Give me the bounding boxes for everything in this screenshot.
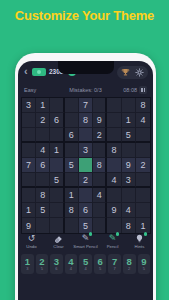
numpad-key-9[interactable]: 95 (138, 254, 151, 274)
numpad-remaining-count: 5 (99, 267, 101, 272)
numpad-key-6[interactable]: 65 (94, 254, 107, 274)
cell-r6c6[interactable] (93, 173, 107, 188)
cell-r6c5[interactable]: 2 (79, 173, 93, 188)
cell-r3c2[interactable] (36, 128, 50, 143)
cell-r2c2[interactable]: 2 (36, 113, 50, 128)
numpad-key-4[interactable]: 44 (65, 254, 78, 274)
phone-notch (58, 61, 114, 74)
promo-title: Customize Your Theme (0, 8, 169, 23)
cell-r6c8[interactable]: 3 (122, 173, 136, 188)
numpad-remaining-count: 7 (114, 267, 116, 272)
cell-r4c1[interactable] (22, 143, 36, 158)
hints-badge (144, 232, 148, 236)
hints-button[interactable]: Hints (126, 233, 153, 252)
toolbar: ↺ Undo Clear ✎ Smart Pencil ✎ Pencil (18, 233, 153, 252)
cell-r1c7[interactable] (107, 98, 121, 113)
cell-r1c5[interactable]: 7 (79, 98, 93, 113)
cell-r5c2[interactable]: 6 (36, 158, 50, 173)
number-pad: 132536445465778295 (21, 254, 150, 274)
numpad-remaining-count: 3 (26, 267, 28, 272)
cell-r8c5[interactable]: 6 (79, 203, 93, 218)
cell-r5c9[interactable]: 2 (136, 158, 150, 173)
cell-r5c1[interactable]: 7 (22, 158, 36, 173)
cell-r6c4[interactable] (65, 173, 79, 188)
cell-r5c8[interactable]: 9 (122, 158, 136, 173)
pencil-icon: ✎ (109, 233, 117, 243)
phone-screen: ‹ 2308 (18, 61, 153, 300)
cell-r3c8[interactable]: 5 (122, 128, 136, 143)
cell-r3c3[interactable] (50, 128, 64, 143)
cell-r2c9[interactable]: 4 (136, 113, 150, 128)
pencil-button[interactable]: ✎ Pencil (99, 233, 126, 252)
numpad-key-8[interactable]: 82 (123, 254, 136, 274)
numpad-remaining-count: 6 (55, 267, 57, 272)
cell-r2c1[interactable] (22, 113, 36, 128)
cell-r1c2[interactable]: 1 (36, 98, 50, 113)
clear-label: Clear (53, 244, 63, 249)
numpad-key-3[interactable]: 36 (50, 254, 63, 274)
cell-r8c6[interactable] (93, 203, 107, 218)
numpad-remaining-count: 2 (128, 267, 130, 272)
cell-r6c3[interactable]: 5 (50, 173, 64, 188)
cell-r9c8[interactable]: 8 (122, 218, 136, 233)
cell-r6c2[interactable] (36, 173, 50, 188)
cell-r1c3[interactable] (50, 98, 64, 113)
cell-r4c2[interactable]: 4 (36, 143, 50, 158)
numpad-remaining-count: 5 (143, 267, 145, 272)
cell-r3c6[interactable]: 2 (93, 128, 107, 143)
cell-r9c2[interactable] (36, 218, 50, 233)
cell-r1c6[interactable] (93, 98, 107, 113)
cell-r9c3[interactable] (50, 218, 64, 233)
cell-r8c8[interactable]: 4 (122, 203, 136, 218)
numpad-key-5[interactable]: 54 (79, 254, 92, 274)
cell-r9c9[interactable]: 1 (136, 218, 150, 233)
cell-r3c1[interactable] (22, 128, 36, 143)
cell-r8c9[interactable] (136, 203, 150, 218)
cash-icon (32, 68, 46, 76)
cell-r6c7[interactable]: 4 (107, 173, 121, 188)
cell-r5c6[interactable]: 8 (93, 158, 107, 173)
cell-r3c4[interactable]: 6 (65, 128, 79, 143)
cell-r8c3[interactable] (50, 203, 64, 218)
numpad-key-2[interactable]: 25 (36, 254, 49, 274)
cell-r7c2[interactable]: 8 (36, 188, 50, 203)
cell-r7c8[interactable] (122, 188, 136, 203)
cell-r2c8[interactable]: 1 (122, 113, 136, 128)
phone-frame: ‹ 2308 (15, 53, 156, 300)
cell-r7c4[interactable]: 1 (65, 188, 79, 203)
cell-r6c9[interactable] (136, 173, 150, 188)
cell-r7c3[interactable] (50, 188, 64, 203)
cell-r7c1[interactable] (22, 188, 36, 203)
cell-r1c1[interactable]: 3 (22, 98, 36, 113)
cell-r7c5[interactable] (79, 188, 93, 203)
smart-pencil-icon: ✎ (82, 233, 90, 243)
header-actions (117, 66, 148, 79)
hints-label: Hints (135, 244, 145, 249)
cell-r2c7[interactable] (107, 113, 121, 128)
cell-r9c6[interactable] (93, 218, 107, 233)
cell-r2c5[interactable]: 8 (79, 113, 93, 128)
back-button[interactable]: ‹ (24, 66, 28, 77)
numpad-key-1[interactable]: 13 (21, 254, 34, 274)
cell-r7c6[interactable]: 4 (93, 188, 107, 203)
cell-r8c2[interactable]: 5 (36, 203, 50, 218)
gear-icon[interactable] (135, 68, 144, 77)
numpad-remaining-count: 5 (41, 267, 43, 272)
cell-r3c9[interactable] (136, 128, 150, 143)
hint-bulb-icon (135, 233, 144, 243)
cell-r3c7[interactable] (107, 128, 121, 143)
cell-r2c3[interactable]: 6 (50, 113, 64, 128)
sudoku-board: 3178268914625413876589252438141586949581 (21, 97, 151, 234)
clear-button[interactable]: Clear (45, 233, 72, 252)
numpad-key-7[interactable]: 77 (108, 254, 121, 274)
cell-r4c7[interactable]: 8 (107, 143, 121, 158)
pause-button[interactable] (139, 86, 147, 94)
smart-pencil-button[interactable]: ✎ Smart Pencil (72, 233, 99, 252)
numpad-remaining-count: 4 (84, 267, 86, 272)
cell-r4c5[interactable]: 3 (79, 143, 93, 158)
cell-r7c9[interactable] (136, 188, 150, 203)
cell-r8c4[interactable]: 8 (65, 203, 79, 218)
cell-r6c1[interactable] (22, 173, 36, 188)
cell-r9c1[interactable]: 9 (22, 218, 36, 233)
cell-r9c7[interactable] (107, 218, 121, 233)
pencil-label: Pencil (107, 244, 119, 249)
cell-r4c4[interactable] (65, 143, 79, 158)
cell-r4c8[interactable] (122, 143, 136, 158)
smart-pencil-label: Smart Pencil (73, 244, 97, 249)
cell-r5c5[interactable] (79, 158, 93, 173)
cell-r8c1[interactable]: 1 (22, 203, 36, 218)
cell-r1c9[interactable]: 8 (136, 98, 150, 113)
cell-r2c6[interactable]: 9 (93, 113, 107, 128)
trophy-icon[interactable] (121, 68, 130, 77)
cell-r5c4[interactable]: 5 (65, 158, 79, 173)
pencil-badge (116, 232, 120, 236)
cell-r8c7[interactable]: 9 (107, 203, 121, 218)
undo-button[interactable]: ↺ Undo (18, 233, 45, 252)
smart-pencil-badge (89, 232, 93, 236)
eraser-icon (54, 233, 63, 243)
timer-label: 08:08 (123, 87, 137, 93)
cell-r7c7[interactable] (107, 188, 121, 203)
status-row: Easy Mistakes: 0/3 08:08 (24, 87, 147, 95)
cell-r4c6[interactable] (93, 143, 107, 158)
cell-r4c9[interactable] (136, 143, 150, 158)
cell-r9c4[interactable] (65, 218, 79, 233)
undo-label: Undo (26, 244, 36, 249)
cell-r5c3[interactable] (50, 158, 64, 173)
numpad-remaining-count: 4 (70, 267, 72, 272)
cell-r2c4[interactable] (65, 113, 79, 128)
cell-r9c5[interactable]: 5 (79, 218, 93, 233)
cell-r5c7[interactable] (107, 158, 121, 173)
cell-r3c5[interactable] (79, 128, 93, 143)
cell-r1c8[interactable] (122, 98, 136, 113)
cell-r1c4[interactable] (65, 98, 79, 113)
undo-icon: ↺ (28, 233, 36, 243)
cell-r4c3[interactable]: 1 (50, 143, 64, 158)
